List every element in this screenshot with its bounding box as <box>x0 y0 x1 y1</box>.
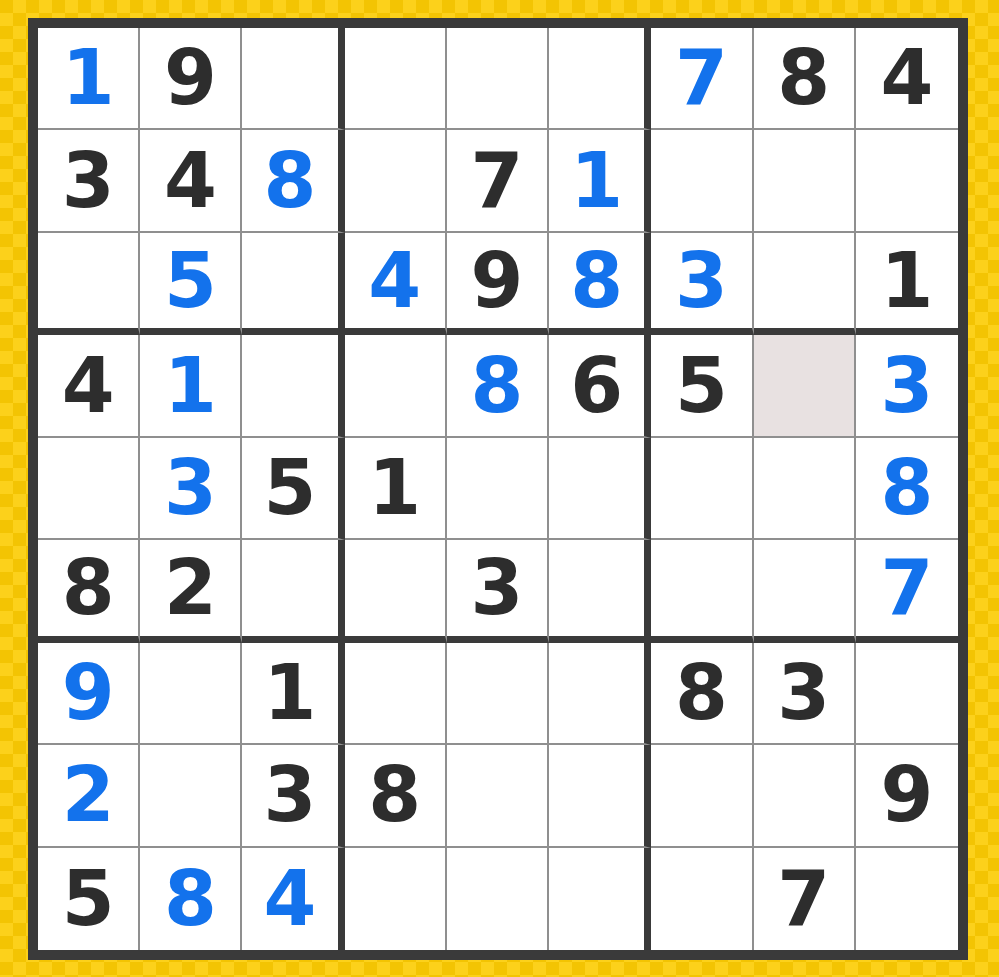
cell-r2c8[interactable] <box>754 130 856 232</box>
cell-r6c2[interactable]: 2 <box>140 540 242 642</box>
cell-r4c4[interactable] <box>345 335 447 437</box>
cell-r7c4[interactable] <box>345 643 447 745</box>
cell-r8c3[interactable]: 3 <box>242 745 344 847</box>
cell-r3c9[interactable]: 1 <box>856 233 958 335</box>
cell-r2c4[interactable] <box>345 130 447 232</box>
cell-r6c5[interactable]: 3 <box>447 540 549 642</box>
cell-r1c6[interactable] <box>549 28 651 130</box>
cell-r1c5[interactable] <box>447 28 549 130</box>
cell-r9c8[interactable]: 7 <box>754 848 856 950</box>
cell-r4c5[interactable]: 8 <box>447 335 549 437</box>
cell-r2c7[interactable] <box>651 130 753 232</box>
sudoku-board: 1978434871549831418653351882379183238958… <box>28 18 968 960</box>
cell-r5c5[interactable] <box>447 438 549 540</box>
cell-r3c3[interactable] <box>242 233 344 335</box>
cell-r3c8[interactable] <box>754 233 856 335</box>
cell-r2c3[interactable]: 8 <box>242 130 344 232</box>
cell-r8c7[interactable] <box>651 745 753 847</box>
cell-r6c1[interactable]: 8 <box>38 540 140 642</box>
cell-r8c9[interactable]: 9 <box>856 745 958 847</box>
cell-r7c8[interactable]: 3 <box>754 643 856 745</box>
cell-r5c1[interactable] <box>38 438 140 540</box>
cell-r4c3[interactable] <box>242 335 344 437</box>
cell-r2c9[interactable] <box>856 130 958 232</box>
cell-r6c7[interactable] <box>651 540 753 642</box>
cell-r1c4[interactable] <box>345 28 447 130</box>
cell-r9c4[interactable] <box>345 848 447 950</box>
cell-r8c1[interactable]: 2 <box>38 745 140 847</box>
cell-r2c6[interactable]: 1 <box>549 130 651 232</box>
cell-r8c2[interactable] <box>140 745 242 847</box>
cell-r2c5[interactable]: 7 <box>447 130 549 232</box>
cell-r8c5[interactable] <box>447 745 549 847</box>
cell-r6c3[interactable] <box>242 540 344 642</box>
cell-r9c1[interactable]: 5 <box>38 848 140 950</box>
cell-r9c7[interactable] <box>651 848 753 950</box>
cell-r2c1[interactable]: 3 <box>38 130 140 232</box>
cell-r7c3[interactable]: 1 <box>242 643 344 745</box>
cell-r9c3[interactable]: 4 <box>242 848 344 950</box>
cell-r7c5[interactable] <box>447 643 549 745</box>
cell-r5c7[interactable] <box>651 438 753 540</box>
cell-r9c5[interactable] <box>447 848 549 950</box>
cell-r5c9[interactable]: 8 <box>856 438 958 540</box>
cell-r6c6[interactable] <box>549 540 651 642</box>
cell-r4c7[interactable]: 5 <box>651 335 753 437</box>
cell-r1c8[interactable]: 8 <box>754 28 856 130</box>
cell-r5c3[interactable]: 5 <box>242 438 344 540</box>
cell-r8c6[interactable] <box>549 745 651 847</box>
cell-r3c5[interactable]: 9 <box>447 233 549 335</box>
cell-r5c4[interactable]: 1 <box>345 438 447 540</box>
cell-r3c1[interactable] <box>38 233 140 335</box>
cell-r4c9[interactable]: 3 <box>856 335 958 437</box>
cell-r7c7[interactable]: 8 <box>651 643 753 745</box>
cell-r8c8[interactable] <box>754 745 856 847</box>
cell-r1c3[interactable] <box>242 28 344 130</box>
cell-r5c8[interactable] <box>754 438 856 540</box>
cell-r9c9[interactable] <box>856 848 958 950</box>
cell-r7c1[interactable]: 9 <box>38 643 140 745</box>
cell-r3c7[interactable]: 3 <box>651 233 753 335</box>
cell-r9c6[interactable] <box>549 848 651 950</box>
cell-r6c4[interactable] <box>345 540 447 642</box>
cell-r1c1[interactable]: 1 <box>38 28 140 130</box>
cell-r3c2[interactable]: 5 <box>140 233 242 335</box>
cell-r3c4[interactable]: 4 <box>345 233 447 335</box>
cell-r2c2[interactable]: 4 <box>140 130 242 232</box>
cell-r1c2[interactable]: 9 <box>140 28 242 130</box>
cell-r5c6[interactable] <box>549 438 651 540</box>
cell-r6c9[interactable]: 7 <box>856 540 958 642</box>
cell-r1c9[interactable]: 4 <box>856 28 958 130</box>
cell-r3c6[interactable]: 8 <box>549 233 651 335</box>
cell-r4c2[interactable]: 1 <box>140 335 242 437</box>
cell-r6c8[interactable] <box>754 540 856 642</box>
yellow-frame: { "game": "sudoku", "position": "1900007… <box>0 0 999 977</box>
cell-r9c2[interactable]: 8 <box>140 848 242 950</box>
cell-r7c9[interactable] <box>856 643 958 745</box>
cell-r4c1[interactable]: 4 <box>38 335 140 437</box>
cell-r1c7[interactable]: 7 <box>651 28 753 130</box>
cell-r4c8[interactable] <box>754 335 856 437</box>
cell-r7c2[interactable] <box>140 643 242 745</box>
cell-r7c6[interactable] <box>549 643 651 745</box>
cell-r5c2[interactable]: 3 <box>140 438 242 540</box>
cell-r4c6[interactable]: 6 <box>549 335 651 437</box>
cell-r8c4[interactable]: 8 <box>345 745 447 847</box>
